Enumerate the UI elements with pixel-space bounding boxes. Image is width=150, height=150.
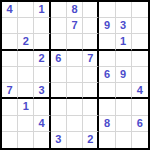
cell-r6c3[interactable]: 3 — [34, 83, 50, 99]
cell-r2c5[interactable]: 7 — [67, 18, 83, 34]
cell-r5c2[interactable] — [18, 67, 34, 83]
cell-r7c1[interactable] — [2, 99, 18, 115]
cell-r5c9[interactable] — [132, 67, 148, 83]
cell-r2c1[interactable] — [2, 18, 18, 34]
cell-r8c9[interactable]: 6 — [132, 116, 148, 132]
cell-r9c8[interactable] — [116, 132, 132, 148]
cell-r6c1[interactable]: 7 — [2, 83, 18, 99]
cell-r9c5[interactable] — [67, 132, 83, 148]
cell-r3c7[interactable] — [99, 34, 115, 50]
cell-r2c6[interactable] — [83, 18, 99, 34]
cell-r8c4[interactable] — [51, 116, 67, 132]
cell-r9c4[interactable]: 3 — [51, 132, 67, 148]
cell-r5c6[interactable] — [83, 67, 99, 83]
cell-r4c8[interactable] — [116, 51, 132, 67]
cell-r5c8[interactable]: 9 — [116, 67, 132, 83]
cell-r7c6[interactable] — [83, 99, 99, 115]
cell-r3c8[interactable]: 1 — [116, 34, 132, 50]
cell-r8c7[interactable]: 8 — [99, 116, 115, 132]
cell-r5c4[interactable] — [51, 67, 67, 83]
cell-r3c9[interactable] — [132, 34, 148, 50]
cell-r3c3[interactable] — [34, 34, 50, 50]
cell-r4c1[interactable] — [2, 51, 18, 67]
cell-r9c2[interactable] — [18, 132, 34, 148]
cell-r1c5[interactable]: 8 — [67, 2, 83, 18]
cell-r5c3[interactable] — [34, 67, 50, 83]
cell-r8c8[interactable] — [116, 116, 132, 132]
cell-r7c7[interactable] — [99, 99, 115, 115]
cell-r1c4[interactable] — [51, 2, 67, 18]
cell-r6c8[interactable] — [116, 83, 132, 99]
cell-r4c3[interactable]: 2 — [34, 51, 50, 67]
cell-r1c9[interactable] — [132, 2, 148, 18]
cell-r1c8[interactable] — [116, 2, 132, 18]
cell-r1c2[interactable] — [18, 2, 34, 18]
cell-r7c3[interactable] — [34, 99, 50, 115]
cell-r4c9[interactable] — [132, 51, 148, 67]
cell-r8c6[interactable] — [83, 116, 99, 132]
cell-r7c9[interactable] — [132, 99, 148, 115]
cell-r6c9[interactable]: 4 — [132, 83, 148, 99]
cell-r7c8[interactable] — [116, 99, 132, 115]
cell-r6c6[interactable] — [83, 83, 99, 99]
cell-r1c1[interactable]: 4 — [2, 2, 18, 18]
cell-r4c5[interactable] — [67, 51, 83, 67]
cell-r3c5[interactable] — [67, 34, 83, 50]
cell-r2c4[interactable] — [51, 18, 67, 34]
cell-r6c4[interactable] — [51, 83, 67, 99]
cell-r5c7[interactable]: 6 — [99, 67, 115, 83]
cell-r9c7[interactable] — [99, 132, 115, 148]
cell-r8c5[interactable] — [67, 116, 83, 132]
cell-r9c1[interactable] — [2, 132, 18, 148]
cell-r1c7[interactable] — [99, 2, 115, 18]
cell-r2c2[interactable] — [18, 18, 34, 34]
cell-r7c2[interactable]: 1 — [18, 99, 34, 115]
cell-r8c2[interactable] — [18, 116, 34, 132]
cell-r2c9[interactable] — [132, 18, 148, 34]
cell-r9c3[interactable] — [34, 132, 50, 148]
cell-r4c4[interactable]: 6 — [51, 51, 67, 67]
cell-r5c1[interactable] — [2, 67, 18, 83]
cell-r2c7[interactable]: 9 — [99, 18, 115, 34]
cell-r2c3[interactable] — [34, 18, 50, 34]
cell-r6c7[interactable] — [99, 83, 115, 99]
cell-r5c5[interactable] — [67, 67, 83, 83]
cell-r2c8[interactable]: 3 — [116, 18, 132, 34]
cell-r3c4[interactable] — [51, 34, 67, 50]
cell-r1c3[interactable]: 1 — [34, 2, 50, 18]
cell-r1c6[interactable] — [83, 2, 99, 18]
cell-r7c4[interactable] — [51, 99, 67, 115]
cell-r4c2[interactable] — [18, 51, 34, 67]
cell-r3c1[interactable] — [2, 34, 18, 50]
cell-r6c2[interactable] — [18, 83, 34, 99]
cell-r3c6[interactable] — [83, 34, 99, 50]
cell-r8c1[interactable] — [2, 116, 18, 132]
cell-r4c6[interactable]: 7 — [83, 51, 99, 67]
cell-r3c2[interactable]: 2 — [18, 34, 34, 50]
cell-r4c7[interactable] — [99, 51, 115, 67]
sudoku-board: 4187932126769734148632 — [0, 0, 150, 150]
cell-r6c5[interactable] — [67, 83, 83, 99]
cell-r8c3[interactable]: 4 — [34, 116, 50, 132]
cell-r9c9[interactable] — [132, 132, 148, 148]
cell-r7c5[interactable] — [67, 99, 83, 115]
cell-r9c6[interactable]: 2 — [83, 132, 99, 148]
